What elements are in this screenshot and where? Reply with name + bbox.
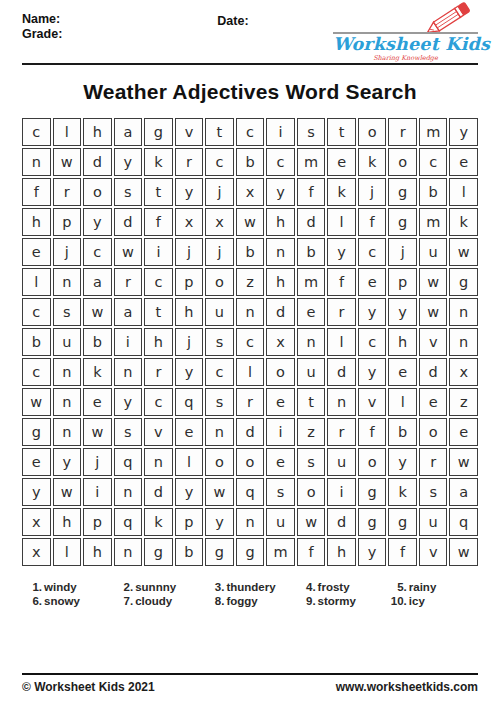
grid-cell[interactable]: n [236, 298, 265, 326]
grid-cell[interactable]: s [297, 118, 326, 146]
grid-cell[interactable]: c [144, 268, 173, 296]
grid-cell[interactable]: w [83, 418, 112, 446]
grid-cell[interactable]: t [205, 118, 234, 146]
grid-cell[interactable]: c [22, 358, 51, 386]
grid-cell[interactable]: v [419, 328, 448, 356]
grid-cell[interactable]: b [388, 418, 417, 446]
grid-cell[interactable]: y [175, 178, 204, 206]
grid-cell[interactable]: n [205, 418, 234, 446]
grid-cell[interactable]: o [83, 178, 112, 206]
grid-cell[interactable]: z [449, 388, 478, 416]
grid-cell[interactable]: l [327, 328, 356, 356]
grade-label: Grade: [22, 27, 62, 42]
grid-cell[interactable]: n [236, 508, 265, 536]
word-number: 7. [116, 595, 133, 607]
grid-cell[interactable]: o [266, 358, 295, 386]
grid-cell[interactable]: p [388, 268, 417, 296]
grid-cell[interactable]: n [114, 538, 143, 566]
grid-cell[interactable]: g [236, 538, 265, 566]
grid-cell[interactable]: w [419, 268, 448, 296]
grid-cell[interactable]: h [144, 328, 173, 356]
grid-cell[interactable]: o [388, 148, 417, 176]
footer-website: www.worksheetkids.com [336, 680, 478, 694]
footer: © Worksheet Kids 2021 www.worksheetkids.… [22, 680, 478, 694]
word-number: 6. [25, 595, 42, 607]
grid-cell[interactable]: n [144, 448, 173, 476]
grid-cell[interactable]: i [144, 238, 173, 266]
grid-cell[interactable]: e [266, 448, 295, 476]
grid-cell[interactable]: s [114, 178, 143, 206]
grid-cell[interactable]: d [114, 208, 143, 236]
grid-cell[interactable]: w [83, 298, 112, 326]
grid-cell[interactable]: g [388, 208, 417, 236]
grid-cell[interactable]: e [22, 448, 51, 476]
word-label: icy [409, 595, 425, 607]
grid-cell[interactable]: k [388, 478, 417, 506]
grid-cell[interactable]: b [236, 148, 265, 176]
grid-cell[interactable]: h [53, 508, 82, 536]
grid-cell[interactable]: e [388, 358, 417, 386]
grid-cell[interactable]: c [22, 118, 51, 146]
grid-cell[interactable]: r [114, 268, 143, 296]
name-grade-labels: Name: Grade: [22, 12, 62, 42]
grid-cell[interactable]: u [266, 508, 295, 536]
grid-cell[interactable]: v [144, 418, 173, 446]
word-item: 5.rainy [387, 581, 478, 593]
grid-cell[interactable]: r [53, 178, 82, 206]
grid-cell[interactable]: x [266, 328, 295, 356]
grid-cell[interactable]: k [358, 148, 387, 176]
grid-cell[interactable]: l [388, 388, 417, 416]
grid-cell[interactable]: n [297, 328, 326, 356]
grid-cell[interactable]: b [175, 538, 204, 566]
grid-cell[interactable]: g [144, 538, 173, 566]
grid-cell[interactable]: e [358, 268, 387, 296]
grid-cell[interactable]: n [327, 388, 356, 416]
name-label: Name: [22, 12, 62, 27]
grid-cell[interactable]: n [114, 358, 143, 386]
grid-cell[interactable]: b [297, 238, 326, 266]
grid-cell[interactable]: f [388, 538, 417, 566]
grid-cell[interactable]: k [144, 148, 173, 176]
grid-cell[interactable]: d [419, 358, 448, 386]
word-item: 8.foggy [204, 595, 295, 607]
grid-cell[interactable]: r [388, 118, 417, 146]
grid-cell[interactable]: w [114, 238, 143, 266]
grid-cell[interactable]: y [114, 388, 143, 416]
grid-cell[interactable]: v [175, 118, 204, 146]
grid-cell[interactable]: b [419, 178, 448, 206]
word-label: stormy [318, 595, 356, 607]
grid-cell[interactable]: d [327, 508, 356, 536]
grid-cell[interactable]: e [449, 418, 478, 446]
grid-cell[interactable]: f [144, 208, 173, 236]
grid-cell[interactable]: o [236, 448, 265, 476]
page-title: Weather Adjectives Word Search [0, 80, 500, 104]
grid-cell[interactable]: f [297, 538, 326, 566]
grid-cell[interactable]: d [266, 298, 295, 326]
word-item: 10.icy [387, 595, 478, 607]
grid-cell[interactable]: g [358, 508, 387, 536]
word-label: thundery [226, 581, 275, 593]
word-item: 9.stormy [296, 595, 387, 607]
grid-cell[interactable]: d [83, 148, 112, 176]
grid-cell[interactable]: b [236, 238, 265, 266]
grid-cell[interactable]: c [358, 328, 387, 356]
grid-cell[interactable]: k [449, 208, 478, 236]
grid-cell[interactable]: p [83, 508, 112, 536]
grid-cell[interactable]: y [53, 448, 82, 476]
word-number: 10. [390, 595, 407, 607]
word-number: 2. [116, 581, 133, 593]
grid-cell[interactable]: x [22, 538, 51, 566]
grid-cell[interactable]: n [114, 478, 143, 506]
grid-cell[interactable]: s [53, 298, 82, 326]
grid-cell[interactable]: y [358, 358, 387, 386]
grid-cell[interactable]: d [297, 208, 326, 236]
grid-cell[interactable]: y [266, 178, 295, 206]
grid-cell[interactable]: j [388, 238, 417, 266]
grid-cell[interactable]: n [22, 148, 51, 176]
grid-cell[interactable]: l [53, 538, 82, 566]
grid-cell[interactable]: s [266, 478, 295, 506]
grid-cell[interactable]: e [266, 388, 295, 416]
word-number: 8. [207, 595, 224, 607]
grid-cell[interactable]: f [327, 268, 356, 296]
grid-cell[interactable]: q [449, 508, 478, 536]
grid-cell[interactable]: o [205, 268, 234, 296]
grid-cell[interactable]: f [358, 418, 387, 446]
grid-cell[interactable]: o [205, 448, 234, 476]
grid-cell[interactable]: h [266, 208, 295, 236]
grid-cell[interactable]: u [419, 238, 448, 266]
grid-cell[interactable]: x [22, 508, 51, 536]
word-number: 9. [299, 595, 316, 607]
grid-cell[interactable]: c [358, 238, 387, 266]
grid-cell[interactable]: y [175, 358, 204, 386]
grid-cell[interactable]: d [236, 418, 265, 446]
grid-cell[interactable]: u [205, 298, 234, 326]
grid-cell[interactable]: s [419, 478, 448, 506]
grid-cell[interactable]: g [388, 508, 417, 536]
grid-cell[interactable]: z [297, 418, 326, 446]
grid-cell[interactable]: m [419, 208, 448, 236]
grid-cell[interactable]: w [297, 508, 326, 536]
grid-cell[interactable]: p [53, 208, 82, 236]
grid-cell[interactable]: j [175, 328, 204, 356]
grid-cell[interactable]: c [83, 238, 112, 266]
grid-cell[interactable]: n [449, 328, 478, 356]
grid-cell[interactable]: w [53, 478, 82, 506]
word-label: foggy [226, 595, 257, 607]
grid-cell[interactable]: j [175, 238, 204, 266]
grid-cell[interactable]: y [358, 538, 387, 566]
grid-cell[interactable]: l [175, 448, 204, 476]
grid-cell[interactable]: n [449, 298, 478, 326]
word-item: 1.windy [22, 581, 113, 593]
grid-cell[interactable]: e [419, 388, 448, 416]
grid-cell[interactable]: n [53, 268, 82, 296]
word-item: 6.snowy [22, 595, 113, 607]
grid-cell[interactable]: e [83, 388, 112, 416]
grid-cell[interactable]: s [205, 388, 234, 416]
grid-cell[interactable]: o [358, 448, 387, 476]
grid-cell[interactable]: w [205, 478, 234, 506]
grid-cell[interactable]: o [419, 418, 448, 446]
grid-cell[interactable]: w [22, 388, 51, 416]
grid-cell[interactable]: a [114, 118, 143, 146]
grid-cell[interactable]: s [114, 418, 143, 446]
grid-cell[interactable]: l [236, 358, 265, 386]
header: Name: Grade: Date: Worksheet Kids Sharin… [0, 0, 500, 60]
grid-cell[interactable]: h [388, 328, 417, 356]
grid-cell[interactable]: c [266, 148, 295, 176]
grid-cell[interactable]: y [114, 148, 143, 176]
grid-cell[interactable]: f [297, 178, 326, 206]
grid-cell[interactable]: y [83, 208, 112, 236]
grid-cell[interactable]: c [236, 118, 265, 146]
grid-cell[interactable]: e [327, 148, 356, 176]
grid-cell[interactable]: j [83, 448, 112, 476]
grid-cell[interactable]: y [358, 298, 387, 326]
logo-tagline: Sharing Knowledge [333, 54, 478, 62]
grid-cell[interactable]: d [144, 478, 173, 506]
grid-cell[interactable]: n [53, 418, 82, 446]
grid-cell[interactable]: x [175, 208, 204, 236]
grid-cell[interactable]: h [266, 268, 295, 296]
word-label: cloudy [135, 595, 172, 607]
grid-cell[interactable]: z [236, 268, 265, 296]
word-label: snowy [44, 595, 80, 607]
grid-cell[interactable]: h [22, 208, 51, 236]
grid-cell[interactable]: y [205, 508, 234, 536]
grid-cell[interactable]: h [83, 538, 112, 566]
grid-cell[interactable]: y [388, 448, 417, 476]
grid-cell[interactable]: k [144, 508, 173, 536]
grid-cell[interactable]: k [327, 178, 356, 206]
grid-cell[interactable]: a [83, 268, 112, 296]
word-label: frosty [318, 581, 350, 593]
grid-cell[interactable]: y [388, 298, 417, 326]
grid-cell[interactable]: t [144, 298, 173, 326]
grid-cell[interactable]: n [53, 358, 82, 386]
grid-cell[interactable]: l [327, 208, 356, 236]
grid-cell[interactable]: o [297, 478, 326, 506]
grid-cell[interactable]: l [22, 268, 51, 296]
logo-title: Worksheet Kids [333, 34, 478, 54]
grid-cell[interactable]: u [297, 358, 326, 386]
grid-cell[interactable]: m [297, 148, 326, 176]
grid-cell[interactable]: v [358, 388, 387, 416]
word-item: 2.sunnny [113, 581, 204, 593]
grid-cell[interactable]: w [419, 298, 448, 326]
grid-cell[interactable]: l [53, 118, 82, 146]
grid-cell[interactable]: y [22, 478, 51, 506]
grid-cell[interactable]: q [114, 508, 143, 536]
grid-cell[interactable]: m [266, 538, 295, 566]
grid-cell[interactable]: b [83, 328, 112, 356]
grid-cell[interactable]: g [449, 268, 478, 296]
footer-copyright: © Worksheet Kids 2021 [22, 680, 155, 694]
grid-cell[interactable]: h [175, 298, 204, 326]
word-number: 1. [25, 581, 42, 593]
grid-cell[interactable]: u [419, 508, 448, 536]
grid-cell[interactable]: t [297, 388, 326, 416]
grid-cell[interactable]: i [114, 328, 143, 356]
grid-cell[interactable]: o [358, 118, 387, 146]
grid-cell[interactable]: c [144, 388, 173, 416]
grid-cell[interactable]: b [22, 328, 51, 356]
grid-cell[interactable]: t [144, 178, 173, 206]
worksheet-kids-logo: Worksheet Kids Sharing Knowledge [333, 12, 478, 60]
grid-cell[interactable]: i [266, 118, 295, 146]
grid-cell[interactable]: q [114, 448, 143, 476]
grid-cell[interactable]: v [419, 538, 448, 566]
grid-cell[interactable]: r [327, 298, 356, 326]
word-number: 5. [390, 581, 407, 593]
grid-cell[interactable]: d [327, 358, 356, 386]
grid-cell[interactable]: r [327, 418, 356, 446]
grid-cell[interactable]: g [205, 538, 234, 566]
header-divider [22, 63, 478, 65]
grid-cell[interactable]: c [236, 328, 265, 356]
grid-cell[interactable]: g [144, 118, 173, 146]
grid-cell[interactable]: e [297, 298, 326, 326]
grid-cell[interactable]: e [175, 418, 204, 446]
word-number: 3. [207, 581, 224, 593]
grid-cell[interactable]: i [266, 418, 295, 446]
word-label: rainy [409, 581, 437, 593]
grid-cell[interactable]: x [449, 358, 478, 386]
grid-cell[interactable]: c [419, 148, 448, 176]
grid-cell[interactable]: h [327, 538, 356, 566]
grid-cell[interactable]: g [22, 418, 51, 446]
grid-cell[interactable]: m [297, 268, 326, 296]
grid-cell[interactable]: j [205, 238, 234, 266]
grid-cell[interactable]: s [297, 448, 326, 476]
grid-cell[interactable]: j [358, 178, 387, 206]
grid-cell[interactable]: i [83, 478, 112, 506]
word-item: 7.cloudy [113, 595, 204, 607]
grid-cell[interactable]: w [53, 148, 82, 176]
grid-cell[interactable]: j [53, 238, 82, 266]
grid-cell[interactable]: i [327, 478, 356, 506]
grid-cell[interactable]: c [22, 298, 51, 326]
grid-cell[interactable]: g [358, 478, 387, 506]
grid-cell[interactable]: s [205, 328, 234, 356]
grid-cell[interactable]: e [449, 148, 478, 176]
worksheet-page: Name: Grade: Date: Worksheet Kids Sharin… [0, 0, 500, 708]
grid-cell[interactable]: l [449, 178, 478, 206]
word-item: 3.thundery [204, 581, 295, 593]
grid-cell[interactable]: g [388, 178, 417, 206]
grid-cell[interactable]: w [449, 238, 478, 266]
grid-cell[interactable]: f [358, 208, 387, 236]
grid-cell[interactable]: j [205, 178, 234, 206]
grid-cell[interactable]: a [114, 298, 143, 326]
footer-divider [22, 673, 478, 675]
grid-cell[interactable]: t [327, 118, 356, 146]
grid-cell[interactable]: y [327, 238, 356, 266]
grid-cell[interactable]: n [53, 388, 82, 416]
date-label: Date: [217, 14, 248, 28]
grid-cell[interactable]: c [205, 148, 234, 176]
grid-cell[interactable]: w [449, 538, 478, 566]
grid-cell[interactable]: r [419, 448, 448, 476]
grid-cell[interactable]: m [419, 118, 448, 146]
grid-cell[interactable]: r [144, 358, 173, 386]
grid-cell[interactable]: p [175, 268, 204, 296]
grid-cell[interactable]: q [175, 388, 204, 416]
grid-cell[interactable]: f [22, 178, 51, 206]
grid-cell[interactable]: r [175, 148, 204, 176]
word-label: windy [44, 581, 77, 593]
grid-cell[interactable]: q [236, 478, 265, 506]
word-label: sunnny [135, 581, 176, 593]
word-item: 4.frosty [296, 581, 387, 593]
grid-cell[interactable]: k [83, 358, 112, 386]
grid-cell[interactable]: y [175, 478, 204, 506]
grid-cell[interactable]: y [449, 118, 478, 146]
grid-cell[interactable]: x [205, 208, 234, 236]
word-number: 4. [299, 581, 316, 593]
grid-cell[interactable]: u [327, 448, 356, 476]
grid-cell[interactable]: a [449, 478, 478, 506]
grid-cell[interactable]: p [175, 508, 204, 536]
grid-cell[interactable]: n [266, 238, 295, 266]
grid-cell[interactable]: c [205, 358, 234, 386]
grid-cell[interactable]: h [83, 118, 112, 146]
grid-cell[interactable]: u [53, 328, 82, 356]
word-search-grid: clhagvtcistormynwdykrcbcmekocefrostyjxyf… [22, 118, 478, 566]
grid-cell[interactable]: r [236, 388, 265, 416]
word-list: 1.windy2.sunnny3.thundery4.frosty5.rainy… [22, 581, 478, 607]
grid-cell[interactable]: x [236, 178, 265, 206]
grid-cell[interactable]: e [22, 238, 51, 266]
grid-cell[interactable]: w [236, 208, 265, 236]
grid-cell[interactable]: w [449, 448, 478, 476]
